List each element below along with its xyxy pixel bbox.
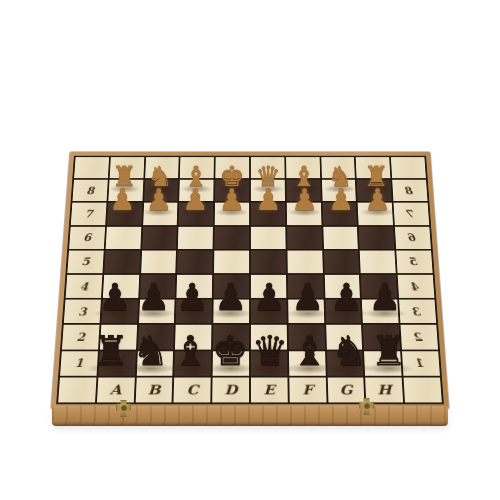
square-d6 [215, 226, 250, 248]
square-a4 [103, 275, 139, 298]
border-cell-corner [58, 377, 96, 402]
rank-label-left-7: 7 [71, 203, 107, 225]
rank-label-right-3: 3 [399, 300, 436, 324]
square-e2 [251, 325, 287, 349]
rank-label-text: 7 [84, 208, 93, 220]
square-d4 [214, 275, 249, 298]
rank-label-text: 1 [74, 357, 83, 370]
rank-label-text: 3 [413, 305, 422, 318]
rank-label-right-6: 6 [395, 226, 431, 248]
square-a8 [108, 180, 143, 202]
square-d5 [214, 250, 249, 273]
border-cell-corner [404, 377, 442, 402]
rank-label-right-1: 1 [402, 351, 440, 376]
border-cell-far [180, 157, 214, 178]
square-g1 [327, 351, 364, 376]
square-f4 [288, 275, 324, 298]
wood-grain [52, 406, 448, 426]
square-d2 [213, 325, 249, 349]
square-h2 [363, 325, 400, 349]
rank-label-right-8: 8 [392, 180, 427, 202]
square-h8 [357, 180, 392, 202]
file-label-g: G [327, 377, 364, 402]
square-e8 [251, 180, 285, 202]
file-label-a: A [97, 377, 135, 402]
rank-label-left-4: 4 [66, 275, 103, 298]
square-g8 [322, 180, 357, 202]
square-b8 [144, 180, 179, 202]
file-label-text: B [147, 382, 160, 398]
border-cell-far [109, 157, 144, 178]
square-f7 [287, 203, 322, 225]
rank-label-text: 5 [410, 256, 419, 268]
square-d3 [213, 300, 249, 324]
file-label-text: G [339, 382, 352, 398]
file-label-f: F [289, 377, 326, 402]
file-label-text: E [263, 382, 275, 398]
rank-label-text: 8 [86, 185, 95, 196]
square-d8 [215, 180, 249, 202]
file-label-text: F [302, 382, 313, 398]
square-a1 [98, 351, 135, 376]
border-cell-far [286, 157, 320, 178]
clasp-pin-icon [364, 403, 369, 408]
square-b6 [142, 226, 177, 248]
rank-label-left-6: 6 [69, 226, 105, 248]
border-cell-far [391, 157, 426, 178]
square-h1 [364, 351, 401, 376]
file-label-c: C [174, 377, 211, 402]
rank-label-text: 4 [79, 280, 88, 292]
square-f5 [287, 250, 322, 273]
file-label-text: D [224, 382, 237, 398]
rank-label-right-5: 5 [396, 250, 432, 273]
square-e5 [251, 250, 286, 273]
rank-label-left-8: 8 [72, 180, 107, 202]
rank-label-text: 3 [78, 305, 87, 318]
rank-label-left-5: 5 [67, 250, 103, 273]
rank-label-text: 1 [416, 357, 425, 370]
square-e4 [251, 275, 286, 298]
box-side-face [52, 406, 448, 426]
file-label-text: A [109, 382, 121, 398]
square-h6 [359, 226, 395, 248]
file-label-e: E [251, 377, 288, 402]
chess-board: 8877665544332211ABCDEFGH [51, 152, 449, 409]
square-e3 [251, 300, 287, 324]
square-a3 [101, 300, 138, 324]
rank-label-text: 4 [412, 280, 421, 292]
border-cell-far [145, 157, 179, 178]
file-label-d: D [212, 377, 249, 402]
square-a7 [107, 203, 142, 225]
square-b1 [136, 351, 173, 376]
file-label-h: H [366, 377, 404, 402]
square-b2 [138, 325, 175, 349]
square-c8 [179, 180, 213, 202]
square-e7 [251, 203, 285, 225]
square-g2 [326, 325, 363, 349]
square-h3 [362, 300, 399, 324]
rank-label-right-2: 2 [401, 325, 438, 349]
square-g3 [325, 300, 361, 324]
clasp-pin-icon [121, 405, 126, 410]
square-g6 [323, 226, 358, 248]
square-g7 [322, 203, 357, 225]
border-cell-far [74, 157, 109, 178]
border-cell-far [216, 157, 250, 178]
square-c1 [175, 351, 212, 376]
square-a5 [104, 250, 140, 273]
rank-label-text: 2 [76, 331, 85, 344]
square-b7 [143, 203, 178, 225]
square-c3 [176, 300, 212, 324]
board-frame: 8877665544332211ABCDEFGH [51, 152, 449, 409]
square-h7 [358, 203, 393, 225]
border-cell-far [321, 157, 355, 178]
square-f2 [288, 325, 324, 349]
square-c5 [177, 250, 212, 273]
square-a6 [105, 226, 141, 248]
rank-label-text: 6 [83, 232, 92, 244]
rank-label-text: 5 [81, 256, 90, 268]
square-f3 [288, 300, 324, 324]
square-c6 [178, 226, 213, 248]
square-f1 [289, 351, 326, 376]
square-f8 [286, 180, 320, 202]
chess-set-photo: 8877665544332211ABCDEFGH ♜♞♝♚♛♝♞♜♟♟♟♟♟♟♟… [0, 0, 500, 500]
square-e6 [251, 226, 286, 248]
square-g5 [324, 250, 360, 273]
rank-label-text: 2 [415, 331, 424, 344]
square-f6 [287, 226, 322, 248]
square-c4 [177, 275, 213, 298]
rank-label-right-7: 7 [394, 203, 430, 225]
square-h4 [361, 275, 397, 298]
square-h5 [360, 250, 396, 273]
square-e1 [251, 351, 287, 376]
square-b3 [139, 300, 175, 324]
rank-label-left-1: 1 [60, 351, 98, 376]
rank-label-text: 8 [406, 185, 415, 196]
square-b5 [141, 250, 177, 273]
square-d1 [213, 351, 249, 376]
rank-label-left-3: 3 [64, 300, 101, 324]
rank-label-text: 6 [409, 232, 418, 244]
square-c2 [175, 325, 211, 349]
square-d7 [215, 203, 249, 225]
board-grid: 8877665544332211ABCDEFGH [56, 156, 444, 405]
border-cell-far [356, 157, 391, 178]
square-c7 [179, 203, 214, 225]
square-b4 [140, 275, 176, 298]
file-label-text: H [377, 382, 392, 398]
rank-label-text: 7 [407, 208, 416, 220]
border-cell-far [251, 157, 285, 178]
rank-label-right-4: 4 [398, 275, 435, 298]
file-label-text: C [186, 382, 198, 398]
rank-label-left-2: 2 [62, 325, 99, 349]
file-label-b: B [135, 377, 172, 402]
square-g4 [324, 275, 360, 298]
square-a2 [100, 325, 137, 349]
